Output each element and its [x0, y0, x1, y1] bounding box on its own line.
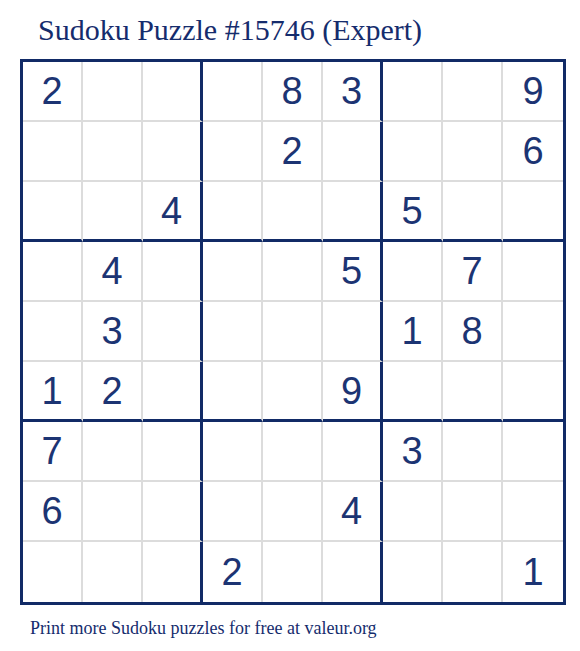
- sudoku-board: 28392645457318129736421: [20, 59, 566, 605]
- sudoku-cell-r9c8: [443, 542, 503, 602]
- sudoku-cell-r9c2: [83, 542, 143, 602]
- sudoku-cell-r1c7: [383, 62, 443, 122]
- sudoku-cell-r8c1: 6: [23, 482, 83, 542]
- sudoku-cell-r3c4: [203, 182, 263, 242]
- sudoku-cell-r9c9: 1: [503, 542, 563, 602]
- sudoku-cell-r3c5: [263, 182, 323, 242]
- sudoku-cell-r9c1: [23, 542, 83, 602]
- sudoku-cell-r8c8: [443, 482, 503, 542]
- sudoku-cell-r5c9: [503, 302, 563, 362]
- sudoku-cell-r3c2: [83, 182, 143, 242]
- sudoku-cell-r1c4: [203, 62, 263, 122]
- sudoku-cell-r2c9: 6: [503, 122, 563, 182]
- sudoku-cell-r5c5: [263, 302, 323, 362]
- sudoku-cell-r9c5: [263, 542, 323, 602]
- sudoku-cell-r1c3: [143, 62, 203, 122]
- sudoku-cell-r8c9: [503, 482, 563, 542]
- sudoku-cell-r5c8: 8: [443, 302, 503, 362]
- sudoku-cell-r3c7: 5: [383, 182, 443, 242]
- sudoku-cell-r2c7: [383, 122, 443, 182]
- sudoku-cell-r2c4: [203, 122, 263, 182]
- sudoku-cell-r4c1: [23, 242, 83, 302]
- sudoku-cell-r9c7: [383, 542, 443, 602]
- sudoku-cell-r3c8: [443, 182, 503, 242]
- sudoku-cell-r4c6: 5: [323, 242, 383, 302]
- sudoku-cell-r7c3: [143, 422, 203, 482]
- sudoku-cell-r3c1: [23, 182, 83, 242]
- sudoku-cell-r4c2: 4: [83, 242, 143, 302]
- sudoku-cell-r6c5: [263, 362, 323, 422]
- sudoku-cell-r1c8: [443, 62, 503, 122]
- sudoku-cell-r7c7: 3: [383, 422, 443, 482]
- sudoku-cell-r5c4: [203, 302, 263, 362]
- sudoku-cell-r7c2: [83, 422, 143, 482]
- sudoku-cell-r7c1: 7: [23, 422, 83, 482]
- sudoku-cell-r4c7: [383, 242, 443, 302]
- sudoku-cell-r8c4: [203, 482, 263, 542]
- sudoku-cell-r1c5: 8: [263, 62, 323, 122]
- sudoku-cell-r6c3: [143, 362, 203, 422]
- sudoku-cell-r6c6: 9: [323, 362, 383, 422]
- sudoku-cell-r5c1: [23, 302, 83, 362]
- sudoku-cell-r9c4: 2: [203, 542, 263, 602]
- sudoku-cell-r7c5: [263, 422, 323, 482]
- sudoku-cell-r6c9: [503, 362, 563, 422]
- sudoku-cell-r8c7: [383, 482, 443, 542]
- sudoku-cell-r8c6: 4: [323, 482, 383, 542]
- sudoku-cell-r2c2: [83, 122, 143, 182]
- sudoku-cell-r5c6: [323, 302, 383, 362]
- sudoku-cell-r5c7: 1: [383, 302, 443, 362]
- sudoku-cell-r6c4: [203, 362, 263, 422]
- sudoku-cell-r9c3: [143, 542, 203, 602]
- sudoku-page: Sudoku Puzzle #15746 (Expert) 2839264545…: [0, 0, 580, 651]
- sudoku-cell-r2c6: [323, 122, 383, 182]
- sudoku-cell-r3c3: 4: [143, 182, 203, 242]
- sudoku-cell-r8c2: [83, 482, 143, 542]
- sudoku-cell-r7c9: [503, 422, 563, 482]
- sudoku-cell-r3c6: [323, 182, 383, 242]
- sudoku-cell-r2c1: [23, 122, 83, 182]
- sudoku-cell-r6c7: [383, 362, 443, 422]
- page-title: Sudoku Puzzle #15746 (Expert): [38, 12, 422, 48]
- sudoku-cell-r1c2: [83, 62, 143, 122]
- sudoku-cell-r8c5: [263, 482, 323, 542]
- sudoku-cell-r1c6: 3: [323, 62, 383, 122]
- sudoku-cell-r4c8: 7: [443, 242, 503, 302]
- sudoku-cell-r7c4: [203, 422, 263, 482]
- sudoku-cell-r6c8: [443, 362, 503, 422]
- sudoku-cell-r1c1: 2: [23, 62, 83, 122]
- sudoku-cell-r2c8: [443, 122, 503, 182]
- sudoku-cell-r7c8: [443, 422, 503, 482]
- sudoku-cell-r7c6: [323, 422, 383, 482]
- sudoku-cell-r4c3: [143, 242, 203, 302]
- sudoku-cell-r3c9: [503, 182, 563, 242]
- sudoku-cell-r5c2: 3: [83, 302, 143, 362]
- sudoku-cell-r6c1: 1: [23, 362, 83, 422]
- sudoku-cell-r1c9: 9: [503, 62, 563, 122]
- sudoku-cell-r6c2: 2: [83, 362, 143, 422]
- sudoku-cell-r2c3: [143, 122, 203, 182]
- sudoku-cell-r5c3: [143, 302, 203, 362]
- sudoku-cell-r9c6: [323, 542, 383, 602]
- sudoku-cell-r2c5: 2: [263, 122, 323, 182]
- sudoku-cell-r4c4: [203, 242, 263, 302]
- sudoku-cell-r8c3: [143, 482, 203, 542]
- footer-text: Print more Sudoku puzzles for free at va…: [30, 617, 377, 639]
- sudoku-cell-r4c5: [263, 242, 323, 302]
- sudoku-cell-r4c9: [503, 242, 563, 302]
